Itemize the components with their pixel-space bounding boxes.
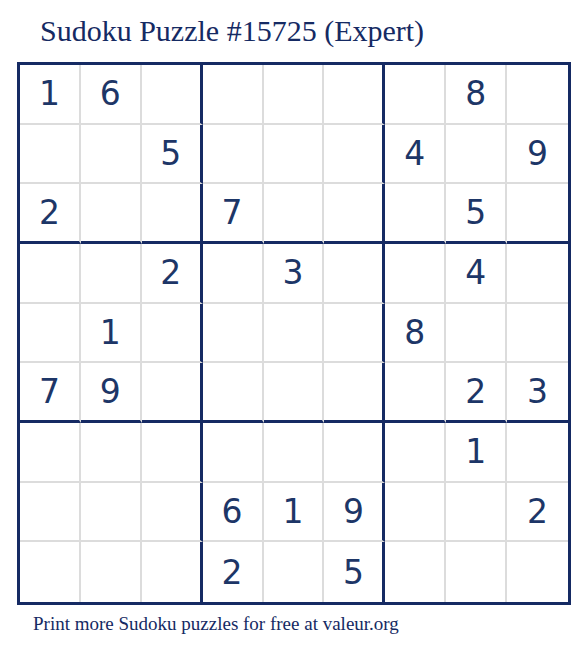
sudoku-cell-r6c9: 3: [507, 363, 568, 423]
sudoku-cell-r4c9: [507, 244, 568, 304]
sudoku-cell-r7c4: [203, 423, 264, 483]
sudoku-cell-r9c9: [507, 542, 568, 602]
sudoku-cell-r4c4: [203, 244, 264, 304]
sudoku-cell-r7c7: [385, 423, 446, 483]
sudoku-cell-r8c8: [446, 483, 507, 543]
sudoku-cell-r5c6: [324, 304, 385, 364]
sudoku-cell-r1c6: [324, 65, 385, 125]
sudoku-cell-r6c8: 2: [446, 363, 507, 423]
sudoku-cell-r2c6: [324, 125, 385, 185]
sudoku-cell-r2c2: [81, 125, 142, 185]
sudoku-cell-r8c5: 1: [264, 483, 325, 543]
sudoku-cell-r1c9: [507, 65, 568, 125]
sudoku-cell-r9c3: [142, 542, 203, 602]
sudoku-cell-r5c5: [264, 304, 325, 364]
sudoku-cell-r7c8: 1: [446, 423, 507, 483]
footer-credit: Print more Sudoku puzzles for free at va…: [33, 613, 399, 635]
sudoku-cell-r6c6: [324, 363, 385, 423]
sudoku-cell-r3c4: 7: [203, 184, 264, 244]
sudoku-cell-r3c2: [81, 184, 142, 244]
sudoku-cell-r4c2: [81, 244, 142, 304]
sudoku-cell-r9c4: 2: [203, 542, 264, 602]
sudoku-cell-r2c5: [264, 125, 325, 185]
sudoku-cell-r8c3: [142, 483, 203, 543]
sudoku-cell-r4c1: [20, 244, 81, 304]
sudoku-cell-r3c7: [385, 184, 446, 244]
sudoku-cell-r9c1: [20, 542, 81, 602]
sudoku-cell-r7c9: [507, 423, 568, 483]
sudoku-cell-r3c3: [142, 184, 203, 244]
sudoku-cell-r6c1: 7: [20, 363, 81, 423]
sudoku-cell-r8c2: [81, 483, 142, 543]
sudoku-cell-r3c1: 2: [20, 184, 81, 244]
sudoku-cell-r3c5: [264, 184, 325, 244]
sudoku-cell-r1c2: 6: [81, 65, 142, 125]
sudoku-cell-r6c4: [203, 363, 264, 423]
sudoku-cell-r6c2: 9: [81, 363, 142, 423]
sudoku-cell-r1c3: [142, 65, 203, 125]
sudoku-cell-r9c5: [264, 542, 325, 602]
sudoku-cell-r2c3: 5: [142, 125, 203, 185]
sudoku-cell-r8c9: 2: [507, 483, 568, 543]
sudoku-cell-r5c7: 8: [385, 304, 446, 364]
sudoku-cell-r2c7: 4: [385, 125, 446, 185]
sudoku-cell-r3c6: [324, 184, 385, 244]
sudoku-cell-r2c1: [20, 125, 81, 185]
sudoku-cell-r1c4: [203, 65, 264, 125]
sudoku-cell-r9c2: [81, 542, 142, 602]
sudoku-cell-r6c7: [385, 363, 446, 423]
sudoku-cell-r7c5: [264, 423, 325, 483]
sudoku-cell-r8c4: 6: [203, 483, 264, 543]
sudoku-cell-r5c8: [446, 304, 507, 364]
sudoku-board: 1685492752341879231619225: [17, 62, 571, 605]
sudoku-cell-r1c8: 8: [446, 65, 507, 125]
sudoku-cell-r2c4: [203, 125, 264, 185]
sudoku-cell-r1c5: [264, 65, 325, 125]
sudoku-cell-r8c6: 9: [324, 483, 385, 543]
sudoku-cell-r7c6: [324, 423, 385, 483]
page-title: Sudoku Puzzle #15725 (Expert): [40, 14, 424, 48]
sudoku-cell-r3c8: 5: [446, 184, 507, 244]
sudoku-cell-r9c6: 5: [324, 542, 385, 602]
sudoku-cell-r5c3: [142, 304, 203, 364]
sudoku-cell-r7c3: [142, 423, 203, 483]
sudoku-cell-r8c7: [385, 483, 446, 543]
sudoku-page: Sudoku Puzzle #15725 (Expert) 1685492752…: [0, 0, 580, 651]
sudoku-cell-r9c8: [446, 542, 507, 602]
sudoku-cell-r1c7: [385, 65, 446, 125]
sudoku-cell-r3c9: [507, 184, 568, 244]
sudoku-cell-r8c1: [20, 483, 81, 543]
sudoku-cell-r2c8: [446, 125, 507, 185]
sudoku-cell-r6c3: [142, 363, 203, 423]
sudoku-cell-r4c5: 3: [264, 244, 325, 304]
sudoku-cell-r4c8: 4: [446, 244, 507, 304]
sudoku-cell-r9c7: [385, 542, 446, 602]
sudoku-cell-r4c6: [324, 244, 385, 304]
sudoku-cell-r5c2: 1: [81, 304, 142, 364]
sudoku-cell-r5c1: [20, 304, 81, 364]
sudoku-cell-r5c9: [507, 304, 568, 364]
sudoku-cell-r7c2: [81, 423, 142, 483]
sudoku-cell-r4c3: 2: [142, 244, 203, 304]
sudoku-cell-r7c1: [20, 423, 81, 483]
sudoku-cell-r5c4: [203, 304, 264, 364]
sudoku-cell-r2c9: 9: [507, 125, 568, 185]
sudoku-cell-r6c5: [264, 363, 325, 423]
sudoku-cell-r4c7: [385, 244, 446, 304]
sudoku-cell-r1c1: 1: [20, 65, 81, 125]
